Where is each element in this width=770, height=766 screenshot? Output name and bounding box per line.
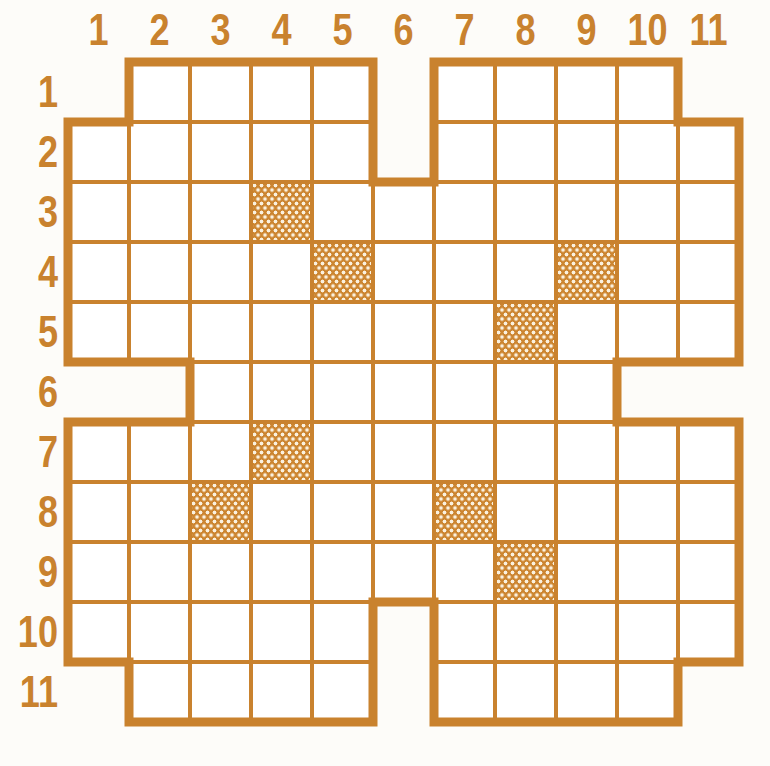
grid-cell[interactable] xyxy=(678,482,739,542)
grid-cell[interactable] xyxy=(129,422,190,482)
grid-cell[interactable] xyxy=(251,662,312,722)
grid-cell[interactable] xyxy=(617,242,678,302)
grid-cell[interactable] xyxy=(434,542,495,602)
grid-cell[interactable] xyxy=(190,122,251,182)
grid-cell[interactable] xyxy=(617,542,678,602)
grid-cell[interactable] xyxy=(678,182,739,242)
row-label-5: 5 xyxy=(10,302,58,362)
grid-cell[interactable] xyxy=(129,302,190,362)
column-label-9: 9 xyxy=(561,8,611,52)
row-label-8: 8 xyxy=(10,482,58,542)
grid-cell[interactable] xyxy=(617,302,678,362)
grid-cell[interactable] xyxy=(617,182,678,242)
grid-cell[interactable] xyxy=(68,422,129,482)
grid-cell[interactable] xyxy=(251,62,312,122)
shaded-cell[interactable] xyxy=(251,422,312,482)
grid-cell[interactable] xyxy=(373,182,434,242)
column-label-11: 11 xyxy=(683,8,733,52)
column-label-6: 6 xyxy=(378,8,428,52)
column-label-7: 7 xyxy=(439,8,489,52)
grid-cell[interactable] xyxy=(495,662,556,722)
grid-cell[interactable] xyxy=(251,302,312,362)
grid-cell[interactable] xyxy=(495,482,556,542)
shaded-cell[interactable] xyxy=(495,302,556,362)
row-label-6: 6 xyxy=(10,362,58,422)
grid-cell[interactable] xyxy=(312,362,373,422)
column-label-1: 1 xyxy=(73,8,123,52)
grid-cell[interactable] xyxy=(556,362,617,422)
grid-cell[interactable] xyxy=(312,482,373,542)
grid-cell[interactable] xyxy=(434,362,495,422)
grid-cell[interactable] xyxy=(190,422,251,482)
grid-cell[interactable] xyxy=(190,182,251,242)
shaded-cell[interactable] xyxy=(312,242,373,302)
column-label-4: 4 xyxy=(256,8,306,52)
grid-cell[interactable] xyxy=(617,662,678,722)
grid-cell[interactable] xyxy=(251,602,312,662)
grid-cell[interactable] xyxy=(129,602,190,662)
grid-cell[interactable] xyxy=(495,602,556,662)
grid-cell[interactable] xyxy=(190,302,251,362)
grid-cell[interactable] xyxy=(312,602,373,662)
grid-cell[interactable] xyxy=(129,662,190,722)
grid-cell[interactable] xyxy=(556,482,617,542)
grid-cell[interactable] xyxy=(678,122,739,182)
grid-cell[interactable] xyxy=(190,242,251,302)
grid-cell[interactable] xyxy=(617,122,678,182)
grid-cell[interactable] xyxy=(556,182,617,242)
grid-cell[interactable] xyxy=(495,242,556,302)
grid-cell[interactable] xyxy=(312,662,373,722)
grid-cell[interactable] xyxy=(312,182,373,242)
grid-cell[interactable] xyxy=(129,182,190,242)
grid-cell[interactable] xyxy=(129,242,190,302)
grid-cell[interactable] xyxy=(251,122,312,182)
grid-cell[interactable] xyxy=(495,182,556,242)
grid-cell[interactable] xyxy=(556,602,617,662)
grid-cell[interactable] xyxy=(190,602,251,662)
grid-cell[interactable] xyxy=(129,542,190,602)
grid-cell[interactable] xyxy=(312,122,373,182)
grid-cell[interactable] xyxy=(190,662,251,722)
puzzle-board: 1234567891011 1234567891011 xyxy=(0,0,770,766)
grid-cell[interactable] xyxy=(617,62,678,122)
grid-cell[interactable] xyxy=(68,122,129,182)
column-label-2: 2 xyxy=(134,8,184,52)
column-label-3: 3 xyxy=(195,8,245,52)
grid-cell[interactable] xyxy=(495,362,556,422)
grid-cell[interactable] xyxy=(373,362,434,422)
row-label-3: 3 xyxy=(10,182,58,242)
row-label-9: 9 xyxy=(10,542,58,602)
grid-cell[interactable] xyxy=(129,122,190,182)
grid-cell[interactable] xyxy=(434,122,495,182)
grid-cell[interactable] xyxy=(434,182,495,242)
column-label-10: 10 xyxy=(622,8,672,52)
grid-cell[interactable] xyxy=(373,302,434,362)
shaded-cell[interactable] xyxy=(434,482,495,542)
grid-cell[interactable] xyxy=(68,242,129,302)
row-label-2: 2 xyxy=(10,122,58,182)
grid-cell[interactable] xyxy=(251,362,312,422)
shaded-cell[interactable] xyxy=(251,182,312,242)
grid-cell[interactable] xyxy=(190,362,251,422)
grid-cell[interactable] xyxy=(312,302,373,362)
shaded-cell[interactable] xyxy=(495,542,556,602)
grid-cell[interactable] xyxy=(678,242,739,302)
grid-cell[interactable] xyxy=(251,242,312,302)
grid-cell[interactable] xyxy=(556,662,617,722)
grid-cell[interactable] xyxy=(495,62,556,122)
grid-cell[interactable] xyxy=(495,422,556,482)
grid-cell[interactable] xyxy=(68,602,129,662)
grid-cell[interactable] xyxy=(129,62,190,122)
grid-cell[interactable] xyxy=(251,482,312,542)
grid-cell[interactable] xyxy=(68,542,129,602)
grid-cell[interactable] xyxy=(129,482,190,542)
grid-cell[interactable] xyxy=(312,542,373,602)
grid-cell[interactable] xyxy=(373,422,434,482)
grid-cell[interactable] xyxy=(373,542,434,602)
grid-cell[interactable] xyxy=(678,602,739,662)
grid-cell[interactable] xyxy=(68,302,129,362)
grid-cell[interactable] xyxy=(556,422,617,482)
grid-cell[interactable] xyxy=(373,482,434,542)
grid-cell[interactable] xyxy=(312,422,373,482)
column-label-5: 5 xyxy=(317,8,367,52)
grid-cell[interactable] xyxy=(434,602,495,662)
column-label-8: 8 xyxy=(500,8,550,52)
grid-cell[interactable] xyxy=(434,302,495,362)
row-label-7: 7 xyxy=(10,422,58,482)
grid-cell[interactable] xyxy=(556,302,617,362)
grid-cell[interactable] xyxy=(556,62,617,122)
grid-cell[interactable] xyxy=(190,62,251,122)
grid-cell[interactable] xyxy=(495,122,556,182)
grid-cell[interactable] xyxy=(312,62,373,122)
grid-cell[interactable] xyxy=(617,602,678,662)
grid-cell[interactable] xyxy=(617,422,678,482)
grid-cell[interactable] xyxy=(678,302,739,362)
grid-cell[interactable] xyxy=(434,422,495,482)
grid-cell[interactable] xyxy=(678,542,739,602)
row-label-4: 4 xyxy=(10,242,58,302)
grid-cell[interactable] xyxy=(617,482,678,542)
grid-cell[interactable] xyxy=(556,122,617,182)
shaded-cell[interactable] xyxy=(556,242,617,302)
grid-cell[interactable] xyxy=(434,62,495,122)
grid-cell[interactable] xyxy=(251,542,312,602)
grid-cell[interactable] xyxy=(190,542,251,602)
grid-cell[interactable] xyxy=(68,182,129,242)
grid-cell[interactable] xyxy=(373,242,434,302)
grid-cell[interactable] xyxy=(68,482,129,542)
shaded-cell[interactable] xyxy=(190,482,251,542)
grid-cell[interactable] xyxy=(434,242,495,302)
row-label-11: 11 xyxy=(10,662,58,722)
row-label-1: 1 xyxy=(10,62,58,122)
grid-cell[interactable] xyxy=(434,662,495,722)
grid-cell[interactable] xyxy=(678,422,739,482)
row-label-10: 10 xyxy=(10,602,58,662)
grid-cell[interactable] xyxy=(556,542,617,602)
